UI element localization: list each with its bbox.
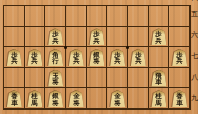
board-square[interactable]: 香車 xyxy=(4,88,25,109)
piece-kanji: 車 xyxy=(156,79,162,85)
board-square[interactable] xyxy=(25,27,46,48)
piece-kanji: 馬 xyxy=(32,100,38,106)
board-square[interactable] xyxy=(107,6,128,27)
piece-face: 香車 xyxy=(172,90,187,107)
board-square[interactable]: 歩兵 xyxy=(66,47,87,68)
board-square[interactable] xyxy=(107,27,128,48)
board-square[interactable] xyxy=(169,27,190,48)
piece-face: 玉将 xyxy=(48,70,63,87)
piece-kanji: 行 xyxy=(52,59,58,65)
board-square[interactable]: 銀将 xyxy=(87,47,108,68)
board-square[interactable]: 金将 xyxy=(107,88,128,109)
board-square[interactable] xyxy=(128,68,149,89)
board-square[interactable]: 歩兵 xyxy=(149,27,170,48)
board-square[interactable] xyxy=(149,6,170,27)
piece-face: 桂馬 xyxy=(151,90,166,107)
shogi-piece-歩[interactable]: 歩兵 xyxy=(7,49,22,66)
board-square[interactable] xyxy=(45,6,66,27)
board-square[interactable]: 歩兵 xyxy=(128,47,149,68)
shogi-piece-歩[interactable]: 歩兵 xyxy=(89,28,104,45)
piece-face: 歩兵 xyxy=(131,49,146,66)
shogi-piece-桂[interactable]: 桂馬 xyxy=(151,90,166,107)
piece-face: 銀将 xyxy=(89,49,104,66)
board-square[interactable] xyxy=(4,27,25,48)
shogi-piece-歩[interactable]: 歩兵 xyxy=(131,49,146,66)
rank-label-partial: 四 xyxy=(191,0,198,2)
piece-kanji: 車 xyxy=(176,100,182,106)
piece-face: 金将 xyxy=(69,90,84,107)
board-square[interactable] xyxy=(66,6,87,27)
piece-face: 歩兵 xyxy=(172,49,187,66)
shogi-piece-歩[interactable]: 歩兵 xyxy=(69,49,84,66)
shogi-piece-香[interactable]: 香車 xyxy=(172,90,187,107)
hoshi-star-point xyxy=(64,46,67,49)
piece-kanji: 将 xyxy=(73,100,79,106)
piece-face: 飛車 xyxy=(151,70,166,87)
piece-face: 歩兵 xyxy=(110,49,125,66)
board-square[interactable] xyxy=(87,68,108,89)
shogi-piece-銀[interactable]: 銀将 xyxy=(89,49,104,66)
board-square[interactable]: 銀将 xyxy=(45,88,66,109)
rank-label: 五 xyxy=(191,11,198,18)
piece-kanji: 将 xyxy=(114,100,120,106)
piece-face: 桂馬 xyxy=(27,90,42,107)
board-square[interactable] xyxy=(66,68,87,89)
piece-face: 歩兵 xyxy=(151,28,166,45)
board-square[interactable]: 歩兵 xyxy=(87,27,108,48)
piece-kanji: 兵 xyxy=(135,59,141,65)
piece-kanji: 兵 xyxy=(156,38,162,44)
board-square[interactable] xyxy=(169,68,190,89)
piece-face: 銀将 xyxy=(48,90,63,107)
board-square[interactable] xyxy=(4,68,25,89)
rank-label: 九 xyxy=(191,95,198,102)
board-square[interactable]: 香車 xyxy=(169,88,190,109)
piece-kanji: 兵 xyxy=(52,38,58,44)
board-square[interactable] xyxy=(169,6,190,27)
shogi-piece-歩[interactable]: 歩兵 xyxy=(27,49,42,66)
board-square[interactable] xyxy=(107,68,128,89)
shogi-piece-玉[interactable]: 玉将 xyxy=(48,70,63,87)
rank-label: 八 xyxy=(191,74,198,81)
shogi-piece-歩[interactable]: 歩兵 xyxy=(48,28,63,45)
shogi-piece-桂[interactable]: 桂馬 xyxy=(27,90,42,107)
board-square[interactable]: 桂馬 xyxy=(25,88,46,109)
board-square[interactable]: 飛車 xyxy=(149,68,170,89)
piece-face: 歩兵 xyxy=(7,49,22,66)
piece-kanji: 車 xyxy=(11,100,17,106)
piece-kanji: 兵 xyxy=(114,59,120,65)
board-square[interactable] xyxy=(128,6,149,27)
board-square[interactable]: 金将 xyxy=(66,88,87,109)
board-square[interactable] xyxy=(87,6,108,27)
piece-face: 香車 xyxy=(7,90,22,107)
board-square[interactable]: 玉将 xyxy=(45,68,66,89)
board-square[interactable] xyxy=(128,27,149,48)
shogi-piece-金[interactable]: 金将 xyxy=(110,90,125,107)
board-square[interactable]: 歩兵 xyxy=(45,27,66,48)
board-square[interactable] xyxy=(4,6,25,27)
piece-face: 歩兵 xyxy=(69,49,84,66)
piece-kanji: 将 xyxy=(94,59,100,65)
shogi-piece-銀[interactable]: 銀将 xyxy=(48,90,63,107)
board-square[interactable] xyxy=(149,47,170,68)
board-square[interactable]: 歩兵 xyxy=(4,47,25,68)
piece-kanji: 兵 xyxy=(11,59,17,65)
board-square[interactable] xyxy=(87,88,108,109)
piece-kanji: 馬 xyxy=(156,100,162,106)
board-square[interactable]: 歩兵 xyxy=(25,47,46,68)
shogi-piece-金[interactable]: 金将 xyxy=(69,90,84,107)
hoshi-star-point xyxy=(126,46,129,49)
piece-kanji: 兵 xyxy=(176,59,182,65)
piece-face: 金将 xyxy=(110,90,125,107)
piece-kanji: 将 xyxy=(52,100,58,106)
board-square[interactable]: 歩兵 xyxy=(107,47,128,68)
board-square[interactable]: 歩兵 xyxy=(169,47,190,68)
shogi-board-screenshot: 歩兵歩兵歩兵歩兵歩兵角行歩兵銀将歩兵歩兵歩兵玉将飛車香車桂馬銀将金将金将桂馬香車… xyxy=(0,0,198,114)
shogi-board[interactable]: 歩兵歩兵歩兵歩兵歩兵角行歩兵銀将歩兵歩兵歩兵玉将飛車香車桂馬銀将金将金将桂馬香車 xyxy=(3,5,191,110)
piece-kanji: 兵 xyxy=(32,59,38,65)
piece-kanji: 兵 xyxy=(94,38,100,44)
board-square[interactable]: 角行 xyxy=(45,47,66,68)
board-square[interactable] xyxy=(66,27,87,48)
board-square[interactable] xyxy=(128,88,149,109)
piece-face: 歩兵 xyxy=(27,49,42,66)
rank-label: 七 xyxy=(191,53,198,60)
shogi-piece-飛[interactable]: 飛車 xyxy=(151,70,166,87)
shogi-piece-歩[interactable]: 歩兵 xyxy=(172,49,187,66)
board-square[interactable] xyxy=(25,68,46,89)
piece-face: 角行 xyxy=(48,49,63,66)
shogi-piece-歩[interactable]: 歩兵 xyxy=(151,28,166,45)
piece-kanji: 兵 xyxy=(73,59,79,65)
rank-label-column: 四五六七八九 xyxy=(191,0,198,114)
board-square[interactable] xyxy=(25,6,46,27)
shogi-piece-香[interactable]: 香車 xyxy=(7,90,22,107)
piece-kanji: 将 xyxy=(52,79,58,85)
rank-label: 六 xyxy=(191,32,198,39)
shogi-piece-歩[interactable]: 歩兵 xyxy=(110,49,125,66)
shogi-piece-角[interactable]: 角行 xyxy=(48,49,63,66)
piece-face: 歩兵 xyxy=(89,28,104,45)
piece-face: 歩兵 xyxy=(48,28,63,45)
board-square[interactable]: 桂馬 xyxy=(149,88,170,109)
